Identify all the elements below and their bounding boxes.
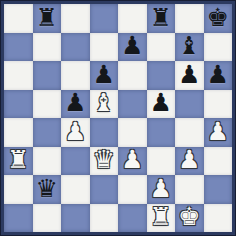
black-pawn: ♟ [121, 33, 143, 58]
square-c5[interactable]: ♟ [61, 90, 90, 119]
square-e8[interactable] [118, 4, 147, 33]
square-h1[interactable] [204, 204, 233, 233]
white-rook: ♜ [150, 204, 172, 229]
square-a5[interactable] [4, 90, 33, 119]
chess-board: ♜♜♚♟♝♟♟♟♟♝♟♟♟♜♛♟♟♛♟♜♚ [4, 4, 232, 232]
square-c3[interactable] [61, 147, 90, 176]
square-e4[interactable] [118, 118, 147, 147]
square-d3[interactable]: ♛ [90, 147, 119, 176]
black-king: ♚ [207, 5, 229, 30]
square-f3[interactable] [147, 147, 176, 176]
black-pawn: ♟ [93, 62, 115, 87]
square-b6[interactable] [33, 61, 62, 90]
square-h8[interactable]: ♚ [204, 4, 233, 33]
square-f8[interactable]: ♜ [147, 4, 176, 33]
square-h2[interactable] [204, 175, 233, 204]
white-pawn: ♟ [150, 176, 172, 201]
square-e1[interactable] [118, 204, 147, 233]
square-b3[interactable] [33, 147, 62, 176]
square-c6[interactable] [61, 61, 90, 90]
black-rook: ♜ [36, 5, 58, 30]
square-d5[interactable]: ♝ [90, 90, 119, 119]
square-g7[interactable]: ♝ [175, 33, 204, 62]
black-pawn: ♟ [150, 90, 172, 115]
white-pawn: ♟ [178, 147, 200, 172]
square-c2[interactable] [61, 175, 90, 204]
square-f2[interactable]: ♟ [147, 175, 176, 204]
square-e6[interactable] [118, 61, 147, 90]
white-pawn: ♟ [121, 147, 143, 172]
black-queen: ♛ [36, 176, 58, 201]
square-d7[interactable] [90, 33, 119, 62]
chess-board-frame: ♜♜♚♟♝♟♟♟♟♝♟♟♟♜♛♟♟♛♟♜♚ [0, 0, 236, 236]
square-a1[interactable] [4, 204, 33, 233]
square-f6[interactable] [147, 61, 176, 90]
square-f4[interactable] [147, 118, 176, 147]
square-d8[interactable] [90, 4, 119, 33]
white-king: ♚ [178, 204, 200, 229]
square-e2[interactable] [118, 175, 147, 204]
square-a4[interactable] [4, 118, 33, 147]
square-b4[interactable] [33, 118, 62, 147]
square-b8[interactable]: ♜ [33, 4, 62, 33]
square-d2[interactable] [90, 175, 119, 204]
square-g2[interactable] [175, 175, 204, 204]
square-b7[interactable] [33, 33, 62, 62]
white-pawn: ♟ [207, 119, 229, 144]
white-pawn: ♟ [64, 119, 86, 144]
square-h4[interactable]: ♟ [204, 118, 233, 147]
square-c4[interactable]: ♟ [61, 118, 90, 147]
square-f1[interactable]: ♜ [147, 204, 176, 233]
square-f7[interactable] [147, 33, 176, 62]
black-pawn: ♟ [64, 90, 86, 115]
square-f5[interactable]: ♟ [147, 90, 176, 119]
square-a8[interactable] [4, 4, 33, 33]
square-g5[interactable] [175, 90, 204, 119]
square-h5[interactable] [204, 90, 233, 119]
square-h7[interactable] [204, 33, 233, 62]
white-rook: ♜ [7, 147, 29, 172]
square-h3[interactable] [204, 147, 233, 176]
square-h6[interactable]: ♟ [204, 61, 233, 90]
square-d6[interactable]: ♟ [90, 61, 119, 90]
square-g4[interactable] [175, 118, 204, 147]
square-b2[interactable]: ♛ [33, 175, 62, 204]
square-c8[interactable] [61, 4, 90, 33]
black-pawn: ♟ [178, 62, 200, 87]
square-e7[interactable]: ♟ [118, 33, 147, 62]
square-b1[interactable] [33, 204, 62, 233]
white-queen: ♛ [93, 147, 115, 172]
square-e3[interactable]: ♟ [118, 147, 147, 176]
square-d1[interactable] [90, 204, 119, 233]
square-a6[interactable] [4, 61, 33, 90]
square-g1[interactable]: ♚ [175, 204, 204, 233]
square-c7[interactable] [61, 33, 90, 62]
square-g8[interactable] [175, 4, 204, 33]
square-a2[interactable] [4, 175, 33, 204]
square-d4[interactable] [90, 118, 119, 147]
black-bishop: ♝ [178, 33, 200, 58]
square-c1[interactable] [61, 204, 90, 233]
white-bishop: ♝ [93, 90, 115, 115]
black-pawn: ♟ [207, 62, 229, 87]
square-b5[interactable] [33, 90, 62, 119]
square-g6[interactable]: ♟ [175, 61, 204, 90]
square-a7[interactable] [4, 33, 33, 62]
black-rook: ♜ [150, 5, 172, 30]
square-a3[interactable]: ♜ [4, 147, 33, 176]
square-e5[interactable] [118, 90, 147, 119]
square-g3[interactable]: ♟ [175, 147, 204, 176]
